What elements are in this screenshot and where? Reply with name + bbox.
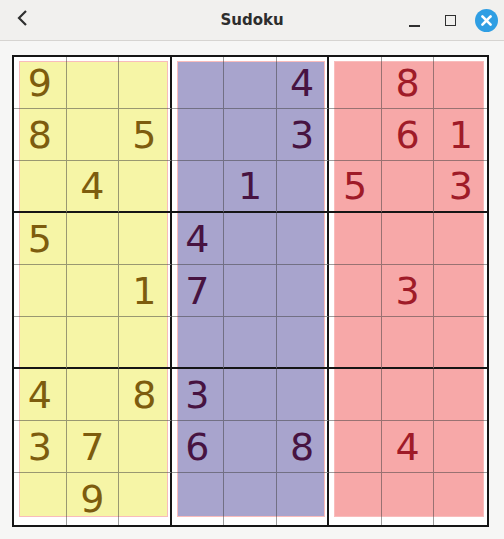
cell-r7c2[interactable] [67, 369, 120, 421]
cell-r3c1[interactable] [14, 161, 67, 213]
cell-r5c9[interactable] [434, 265, 487, 317]
cell-r4c4[interactable]: 4 [172, 213, 225, 265]
cell-r7c3[interactable]: 8 [119, 369, 172, 421]
cell-r2c9[interactable]: 1 [434, 109, 487, 161]
close-button[interactable] [475, 9, 498, 32]
cell-r8c3[interactable] [119, 421, 172, 473]
cell-r3c7[interactable]: 5 [329, 161, 382, 213]
cell-r8c8[interactable]: 4 [382, 421, 435, 473]
cell-r5c8[interactable]: 3 [382, 265, 435, 317]
cell-r2c7[interactable] [329, 109, 382, 161]
cell-r1c8[interactable]: 8 [382, 57, 435, 109]
cell-r4c9[interactable] [434, 213, 487, 265]
cell-r3c3[interactable] [119, 161, 172, 213]
cell-r5c3[interactable]: 1 [119, 265, 172, 317]
cell-r7c7[interactable] [329, 369, 382, 421]
cell-r9c4[interactable] [172, 473, 225, 525]
maximize-button[interactable] [439, 9, 461, 31]
cell-r8c4[interactable]: 6 [172, 421, 225, 473]
cell-r6c9[interactable] [434, 317, 487, 369]
back-button[interactable] [10, 8, 34, 32]
cell-r5c1[interactable] [14, 265, 67, 317]
minimize-icon [409, 25, 420, 27]
cell-r2c3[interactable]: 5 [119, 109, 172, 161]
cell-r1c6[interactable]: 4 [277, 57, 330, 109]
cell-r6c6[interactable] [277, 317, 330, 369]
back-chevron-icon [15, 8, 29, 32]
cell-r1c7[interactable] [329, 57, 382, 109]
cell-r2c2[interactable] [67, 109, 120, 161]
cell-r6c4[interactable] [172, 317, 225, 369]
cell-r8c9[interactable] [434, 421, 487, 473]
cell-r6c8[interactable] [382, 317, 435, 369]
minimize-button[interactable] [403, 9, 425, 31]
cell-r4c7[interactable] [329, 213, 382, 265]
cell-r5c2[interactable] [67, 265, 120, 317]
cell-r5c5[interactable] [224, 265, 277, 317]
cell-r9c6[interactable] [277, 473, 330, 525]
cell-r9c9[interactable] [434, 473, 487, 525]
cell-r4c6[interactable] [277, 213, 330, 265]
cell-r6c3[interactable] [119, 317, 172, 369]
cell-r9c1[interactable] [14, 473, 67, 525]
cell-r1c3[interactable] [119, 57, 172, 109]
cell-r8c5[interactable] [224, 421, 277, 473]
cell-r8c2[interactable]: 7 [67, 421, 120, 473]
cell-r9c7[interactable] [329, 473, 382, 525]
cell-r1c4[interactable] [172, 57, 225, 109]
maximize-icon [445, 15, 456, 26]
cell-r9c8[interactable] [382, 473, 435, 525]
cell-r5c6[interactable] [277, 265, 330, 317]
cell-r2c4[interactable] [172, 109, 225, 161]
cell-r2c1[interactable]: 8 [14, 109, 67, 161]
cell-r3c2[interactable]: 4 [67, 161, 120, 213]
sudoku-board-grid: 94885361415354173483376849 [14, 57, 487, 525]
titlebar: Sudoku [0, 0, 504, 41]
cell-r8c6[interactable]: 8 [277, 421, 330, 473]
cell-r6c7[interactable] [329, 317, 382, 369]
cell-r1c5[interactable] [224, 57, 277, 109]
cell-r3c9[interactable]: 3 [434, 161, 487, 213]
cell-r7c9[interactable] [434, 369, 487, 421]
cell-r1c9[interactable] [434, 57, 487, 109]
cell-r5c4[interactable]: 7 [172, 265, 225, 317]
cell-r9c2[interactable]: 9 [67, 473, 120, 525]
cell-r3c8[interactable] [382, 161, 435, 213]
cell-r8c1[interactable]: 3 [14, 421, 67, 473]
window-controls [403, 0, 498, 40]
cell-r4c2[interactable] [67, 213, 120, 265]
cell-r3c6[interactable] [277, 161, 330, 213]
cell-r7c4[interactable]: 3 [172, 369, 225, 421]
cell-r3c4[interactable] [172, 161, 225, 213]
cell-r1c1[interactable]: 9 [14, 57, 67, 109]
cell-r7c1[interactable]: 4 [14, 369, 67, 421]
cell-r4c5[interactable] [224, 213, 277, 265]
cell-r1c2[interactable] [67, 57, 120, 109]
sudoku-board: 94885361415354173483376849 [12, 55, 489, 527]
cell-r9c3[interactable] [119, 473, 172, 525]
cell-r2c5[interactable] [224, 109, 277, 161]
cell-r7c8[interactable] [382, 369, 435, 421]
cell-r6c1[interactable] [14, 317, 67, 369]
cell-r9c5[interactable] [224, 473, 277, 525]
cell-r2c6[interactable]: 3 [277, 109, 330, 161]
cell-r6c2[interactable] [67, 317, 120, 369]
cell-r4c8[interactable] [382, 213, 435, 265]
cell-r3c5[interactable]: 1 [224, 161, 277, 213]
cell-r4c1[interactable]: 5 [14, 213, 67, 265]
close-icon [475, 9, 498, 32]
cell-r8c7[interactable] [329, 421, 382, 473]
cell-r2c8[interactable]: 6 [382, 109, 435, 161]
cell-r6c5[interactable] [224, 317, 277, 369]
cell-r7c6[interactable] [277, 369, 330, 421]
cell-r4c3[interactable] [119, 213, 172, 265]
cell-r5c7[interactable] [329, 265, 382, 317]
cell-r7c5[interactable] [224, 369, 277, 421]
